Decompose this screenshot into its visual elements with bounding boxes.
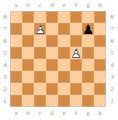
square-c3[interactable] — [34, 71, 46, 83]
square-c4[interactable] — [34, 59, 46, 71]
square-e5[interactable] — [58, 47, 70, 59]
square-b3[interactable] — [22, 71, 34, 83]
square-d1[interactable] — [46, 95, 58, 107]
square-h5[interactable] — [94, 47, 106, 59]
square-a1[interactable] — [10, 95, 22, 107]
square-a7[interactable] — [10, 23, 22, 35]
rank-label-right-6: 6 — [106, 35, 118, 47]
file-label-bottom-d: d — [46, 107, 58, 120]
square-c6[interactable] — [34, 35, 46, 47]
piece-solid-glyph: ♟ — [82, 23, 94, 35]
square-g3[interactable] — [82, 71, 94, 83]
square-e6[interactable] — [58, 35, 70, 47]
square-g4[interactable] — [82, 59, 94, 71]
square-b7[interactable] — [22, 23, 34, 35]
file-label-top-g: g — [82, 0, 94, 11]
file-label-bottom-b: b — [22, 107, 34, 120]
square-d3[interactable] — [46, 71, 58, 83]
square-a6[interactable] — [10, 35, 22, 47]
file-label-top-f: f — [70, 0, 82, 11]
square-g7[interactable]: ♟ — [82, 23, 94, 35]
rank-label-right-4: 4 — [106, 59, 118, 71]
corner-bottom-right — [106, 107, 118, 120]
square-h6[interactable] — [94, 35, 106, 47]
square-f1[interactable] — [70, 95, 82, 107]
rank-label-left-3: 3 — [0, 71, 10, 83]
rank-label-left-6: 6 — [0, 35, 10, 47]
rank-label-left-8: 8 — [0, 11, 10, 23]
square-f8[interactable] — [70, 11, 82, 23]
file-label-bottom-a: a — [10, 107, 22, 120]
white-pawn: ♟♙ — [34, 23, 46, 35]
square-d8[interactable] — [46, 11, 58, 23]
white-pawn: ♟♙ — [70, 47, 82, 59]
square-e8[interactable] — [58, 11, 70, 23]
corner-top-right — [106, 0, 118, 11]
file-label-bottom-e: e — [58, 107, 70, 120]
square-g6[interactable] — [82, 35, 94, 47]
rank-label-right-3: 3 — [106, 71, 118, 83]
corner-bottom-left — [0, 107, 10, 120]
square-d5[interactable] — [46, 47, 58, 59]
square-c1[interactable] — [34, 95, 46, 107]
square-a2[interactable] — [10, 83, 22, 95]
square-g2[interactable] — [82, 83, 94, 95]
square-h8[interactable] — [94, 11, 106, 23]
square-b2[interactable] — [22, 83, 34, 95]
square-a4[interactable] — [10, 59, 22, 71]
square-h2[interactable] — [94, 83, 106, 95]
square-e7[interactable] — [58, 23, 70, 35]
square-c5[interactable] — [34, 47, 46, 59]
rank-label-left-5: 5 — [0, 47, 10, 59]
square-d6[interactable] — [46, 35, 58, 47]
square-e1[interactable] — [58, 95, 70, 107]
square-b6[interactable] — [22, 35, 34, 47]
square-f6[interactable] — [70, 35, 82, 47]
square-c7[interactable]: ♟♙ — [34, 23, 46, 35]
square-b4[interactable] — [22, 59, 34, 71]
rank-label-right-8: 8 — [106, 11, 118, 23]
rank-label-right-2: 2 — [106, 83, 118, 95]
file-label-bottom-h: h — [94, 107, 106, 120]
file-label-top-h: h — [94, 0, 106, 11]
square-a3[interactable] — [10, 71, 22, 83]
square-b8[interactable] — [22, 11, 34, 23]
file-label-top-a: a — [10, 0, 22, 11]
square-c8[interactable] — [34, 11, 46, 23]
rank-label-left-1: 1 — [0, 95, 10, 107]
square-e4[interactable] — [58, 59, 70, 71]
square-e3[interactable] — [58, 71, 70, 83]
square-a5[interactable] — [10, 47, 22, 59]
piece-outline-glyph: ♙ — [70, 47, 82, 59]
square-f2[interactable] — [70, 83, 82, 95]
file-label-top-c: c — [34, 0, 46, 11]
chess-diagram-page: abcdefgh887♟♙♟7665♟♙544332211abcdefgh — [0, 0, 118, 120]
black-pawn: ♟ — [82, 23, 94, 35]
square-d2[interactable] — [46, 83, 58, 95]
square-f4[interactable] — [70, 59, 82, 71]
file-label-top-e: e — [58, 0, 70, 11]
file-label-bottom-g: g — [82, 107, 94, 120]
rank-label-left-4: 4 — [0, 59, 10, 71]
square-h3[interactable] — [94, 71, 106, 83]
square-b1[interactable] — [22, 95, 34, 107]
square-g1[interactable] — [82, 95, 94, 107]
rank-label-left-2: 2 — [0, 83, 10, 95]
square-g5[interactable] — [82, 47, 94, 59]
rank-label-right-5: 5 — [106, 47, 118, 59]
square-f7[interactable] — [70, 23, 82, 35]
piece-fill-glyph: ♟ — [70, 47, 82, 59]
square-d7[interactable] — [46, 23, 58, 35]
rank-label-right-1: 1 — [106, 95, 118, 107]
file-label-bottom-c: c — [34, 107, 46, 120]
rank-label-left-7: 7 — [0, 23, 10, 35]
square-f3[interactable] — [70, 71, 82, 83]
corner-top-left — [0, 0, 10, 11]
file-label-bottom-f: f — [70, 107, 82, 120]
square-d4[interactable] — [46, 59, 58, 71]
chess-board: abcdefgh887♟♙♟7665♟♙544332211abcdefgh — [0, 0, 118, 120]
square-g8[interactable] — [82, 11, 94, 23]
square-f5[interactable]: ♟♙ — [70, 47, 82, 59]
square-b5[interactable] — [22, 47, 34, 59]
square-a8[interactable] — [10, 11, 22, 23]
file-label-top-d: d — [46, 0, 58, 11]
square-c2[interactable] — [34, 83, 46, 95]
rank-label-right-7: 7 — [106, 23, 118, 35]
square-h4[interactable] — [94, 59, 106, 71]
piece-fill-glyph: ♟ — [34, 23, 46, 35]
square-h7[interactable] — [94, 23, 106, 35]
square-h1[interactable] — [94, 95, 106, 107]
file-label-top-b: b — [22, 0, 34, 11]
square-e2[interactable] — [58, 83, 70, 95]
piece-outline-glyph: ♙ — [34, 23, 46, 35]
